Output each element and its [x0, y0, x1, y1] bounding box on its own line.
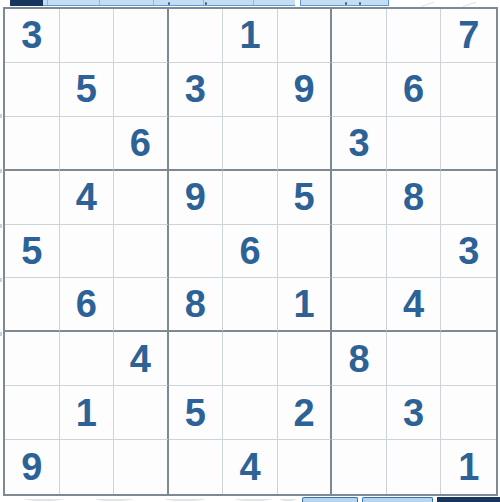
- cell-r5c8[interactable]: [387, 225, 442, 279]
- edge-artifact: [0, 114, 2, 118]
- cell-r8c2[interactable]: 1: [60, 386, 115, 440]
- cell-r2c6[interactable]: 9: [278, 63, 333, 117]
- cell-r7c1[interactable]: [5, 332, 60, 386]
- cell-r6c6[interactable]: 1: [278, 278, 333, 332]
- cell-r4c1[interactable]: [5, 171, 60, 225]
- top-toolbar-fragment: [0, 0, 500, 7]
- cell-r3c1[interactable]: [5, 117, 60, 171]
- cell-r1c7[interactable]: [332, 9, 387, 63]
- cell-r2c9[interactable]: [441, 63, 496, 117]
- cell-r2c2[interactable]: 5: [60, 63, 115, 117]
- cell-r4c4[interactable]: 9: [169, 171, 224, 225]
- clipped-text-artifact: [168, 2, 170, 5]
- cell-r2c3[interactable]: [114, 63, 169, 117]
- cell-r7c6[interactable]: [278, 332, 333, 386]
- bottom-button-fragment[interactable]: [362, 497, 433, 502]
- sudoku-screenshot: 31753966349585636814481523941: [0, 0, 500, 502]
- cell-r8c1[interactable]: [5, 386, 60, 440]
- cell-r5c2[interactable]: [60, 225, 115, 279]
- cell-r2c1[interactable]: [5, 63, 60, 117]
- cell-r1c8[interactable]: [387, 9, 442, 63]
- bottom-dark-bar-fragment[interactable]: [437, 497, 500, 502]
- cell-r5c5[interactable]: 6: [223, 225, 278, 279]
- cell-r7c4[interactable]: [169, 332, 224, 386]
- cell-r8c5[interactable]: [223, 386, 278, 440]
- cell-r8c4[interactable]: 5: [169, 386, 224, 440]
- cell-r9c8[interactable]: [387, 440, 442, 494]
- tab-separator: [203, 0, 204, 5]
- cell-r9c6[interactable]: [278, 440, 333, 494]
- cell-r9c4[interactable]: [169, 440, 224, 494]
- cell-r6c3[interactable]: [114, 278, 169, 332]
- cell-r2c5[interactable]: [223, 63, 278, 117]
- cell-r6c8[interactable]: 4: [387, 278, 442, 332]
- cell-r7c7[interactable]: 8: [332, 332, 387, 386]
- sudoku-board: 31753966349585636814481523941: [3, 7, 498, 496]
- tab-separator: [153, 0, 154, 5]
- cell-r4c2[interactable]: 4: [60, 171, 115, 225]
- cell-r3c3[interactable]: 6: [114, 117, 169, 171]
- cell-r8c3[interactable]: [114, 386, 169, 440]
- cell-r3c4[interactable]: [169, 117, 224, 171]
- tab-separator: [99, 0, 100, 5]
- cell-r1c3[interactable]: [114, 9, 169, 63]
- cell-r9c2[interactable]: [60, 440, 115, 494]
- edge-artifact: [0, 169, 2, 173]
- cell-r8c7[interactable]: [332, 386, 387, 440]
- tab-separator: [253, 0, 254, 5]
- clipped-artifact: [95, 497, 133, 501]
- tab-separator: [47, 0, 48, 5]
- cell-r9c1[interactable]: 9: [5, 440, 60, 494]
- clipped-text-artifact: [205, 2, 207, 5]
- toolbar-active-tab-fragment[interactable]: [10, 0, 43, 6]
- cell-r2c7[interactable]: [332, 63, 387, 117]
- cell-r5c3[interactable]: [114, 225, 169, 279]
- cell-r7c5[interactable]: [223, 332, 278, 386]
- clipped-artifact: [280, 497, 296, 501]
- cell-r6c5[interactable]: [223, 278, 278, 332]
- cell-r2c8[interactable]: 6: [387, 63, 442, 117]
- cell-r1c9[interactable]: 7: [441, 9, 496, 63]
- clipped-artifact: [420, 0, 435, 7]
- cell-r1c4[interactable]: [169, 9, 224, 63]
- cell-r1c2[interactable]: [60, 9, 115, 63]
- cell-r6c7[interactable]: [332, 278, 387, 332]
- cell-r8c9[interactable]: [441, 386, 496, 440]
- cell-r9c3[interactable]: [114, 440, 169, 494]
- cell-r7c8[interactable]: [387, 332, 442, 386]
- cell-r7c3[interactable]: 4: [114, 332, 169, 386]
- bottom-toolbar-fragment: [0, 496, 500, 502]
- cell-r7c2[interactable]: [60, 332, 115, 386]
- cell-r2c4[interactable]: 3: [169, 63, 224, 117]
- cell-r4c3[interactable]: [114, 171, 169, 225]
- cell-r3c9[interactable]: [441, 117, 496, 171]
- cell-r6c2[interactable]: 6: [60, 278, 115, 332]
- cell-r3c8[interactable]: [387, 117, 442, 171]
- cell-r3c2[interactable]: [60, 117, 115, 171]
- cell-r6c9[interactable]: [441, 278, 496, 332]
- cell-r7c9[interactable]: [441, 332, 496, 386]
- cell-r5c7[interactable]: [332, 225, 387, 279]
- cell-r3c7[interactable]: 3: [332, 117, 387, 171]
- cell-r1c5[interactable]: 1: [223, 9, 278, 63]
- edge-artifact: [0, 278, 2, 282]
- cell-r5c4[interactable]: [169, 225, 224, 279]
- cell-r5c1[interactable]: 5: [5, 225, 60, 279]
- cell-r8c8[interactable]: 3: [387, 386, 442, 440]
- cell-r4c6[interactable]: 5: [278, 171, 333, 225]
- cell-r5c6[interactable]: [278, 225, 333, 279]
- cell-r4c8[interactable]: 8: [387, 171, 442, 225]
- cell-r9c9[interactable]: 1: [441, 440, 496, 494]
- clipped-artifact: [25, 497, 63, 501]
- cell-r4c5[interactable]: [223, 171, 278, 225]
- cell-r4c7[interactable]: [332, 171, 387, 225]
- cell-r3c6[interactable]: [278, 117, 333, 171]
- edge-artifact: [0, 224, 2, 228]
- cell-r5c9[interactable]: 3: [441, 225, 496, 279]
- cell-r9c7[interactable]: [332, 440, 387, 494]
- cell-r1c6[interactable]: [278, 9, 333, 63]
- clipped-artifact: [235, 497, 271, 501]
- bottom-button-fragment[interactable]: [302, 497, 358, 502]
- cell-r3c5[interactable]: [223, 117, 278, 171]
- cell-r6c4[interactable]: 8: [169, 278, 224, 332]
- cell-r6c1[interactable]: [5, 278, 60, 332]
- clipped-text-artifact: [345, 2, 347, 5]
- clipped-artifact: [165, 497, 205, 501]
- cell-r4c9[interactable]: [441, 171, 496, 225]
- clipped-text-artifact: [359, 2, 361, 5]
- edge-artifact: [0, 332, 2, 336]
- cell-r9c5[interactable]: 4: [223, 440, 278, 494]
- cell-r8c6[interactable]: 2: [278, 386, 333, 440]
- cell-r1c1[interactable]: 3: [5, 9, 60, 63]
- clipped-artifact: [462, 0, 477, 7]
